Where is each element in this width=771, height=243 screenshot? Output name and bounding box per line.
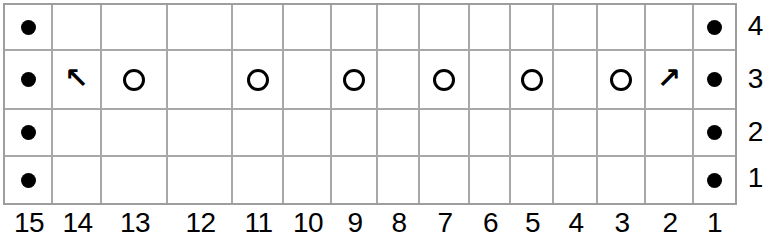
open-circle-symbol bbox=[247, 69, 269, 91]
cell-r3-c8 bbox=[378, 51, 420, 110]
cell-r2-c3 bbox=[598, 110, 646, 157]
cell-r1-c3 bbox=[598, 157, 646, 203]
row-labels: 4321 bbox=[740, 3, 771, 201]
cell-r3-c9 bbox=[332, 51, 378, 110]
filled-dot-symbol bbox=[707, 125, 722, 140]
cell-r1-c2 bbox=[646, 157, 694, 203]
filled-dot-symbol bbox=[707, 173, 722, 188]
column-label-15: 15 bbox=[5, 206, 53, 240]
column-label-3: 3 bbox=[598, 206, 646, 240]
cell-r4-c1 bbox=[694, 5, 735, 51]
knitting-chart-board: ↖↗ bbox=[3, 3, 737, 205]
cell-r3-c10 bbox=[284, 51, 332, 110]
cell-r3-c1 bbox=[694, 51, 735, 110]
cell-r1-c10 bbox=[284, 157, 332, 203]
cell-r4-c2 bbox=[646, 5, 694, 51]
row-label-4: 4 bbox=[740, 3, 771, 49]
cell-r1-c15 bbox=[5, 157, 53, 203]
column-label-5: 5 bbox=[511, 206, 554, 240]
cell-r2-c2 bbox=[646, 110, 694, 157]
cell-r2-c8 bbox=[378, 110, 420, 157]
cell-r3-c13 bbox=[102, 51, 168, 110]
cell-r2-c4 bbox=[554, 110, 598, 157]
cell-r1-c4 bbox=[554, 157, 598, 203]
cell-r1-c7 bbox=[420, 157, 470, 203]
filled-dot-symbol bbox=[21, 72, 36, 87]
cell-r1-c12 bbox=[168, 157, 233, 203]
cell-r4-c3 bbox=[598, 5, 646, 51]
cell-r2-c10 bbox=[284, 110, 332, 157]
column-label-7: 7 bbox=[420, 206, 470, 240]
column-label-1: 1 bbox=[694, 206, 735, 240]
cell-r2-c15 bbox=[5, 110, 53, 157]
cell-r3-c4 bbox=[554, 51, 598, 110]
arrow-up-left-symbol: ↖ bbox=[64, 64, 88, 93]
cell-r2-c11 bbox=[233, 110, 284, 157]
cell-r1-c9 bbox=[332, 157, 378, 203]
cell-r2-c14 bbox=[53, 110, 102, 157]
cell-r3-c6 bbox=[470, 51, 511, 110]
column-label-2: 2 bbox=[646, 206, 694, 240]
column-label-8: 8 bbox=[378, 206, 420, 240]
column-label-14: 14 bbox=[53, 206, 102, 240]
cell-r2-c9 bbox=[332, 110, 378, 157]
filled-dot-symbol bbox=[21, 125, 36, 140]
cell-r3-c2: ↗ bbox=[646, 51, 694, 110]
cell-r2-c5 bbox=[511, 110, 554, 157]
column-label-6: 6 bbox=[470, 206, 511, 240]
open-circle-symbol bbox=[433, 69, 455, 91]
filled-dot-symbol bbox=[707, 20, 722, 35]
arrow-up-right-symbol: ↗ bbox=[657, 64, 681, 93]
cell-r4-c9 bbox=[332, 5, 378, 51]
cell-r3-c7 bbox=[420, 51, 470, 110]
row-label-3: 3 bbox=[740, 49, 771, 108]
cell-r4-c14 bbox=[53, 5, 102, 51]
cell-r3-c11 bbox=[233, 51, 284, 110]
column-label-10: 10 bbox=[284, 206, 332, 240]
cell-r4-c8 bbox=[378, 5, 420, 51]
cell-r1-c8 bbox=[378, 157, 420, 203]
cell-r3-c12 bbox=[168, 51, 233, 110]
column-label-13: 13 bbox=[102, 206, 168, 240]
cell-r3-c3 bbox=[598, 51, 646, 110]
cell-r1-c1 bbox=[694, 157, 735, 203]
cell-r4-c13 bbox=[102, 5, 168, 51]
row-label-1: 1 bbox=[740, 155, 771, 201]
filled-dot-symbol bbox=[21, 20, 36, 35]
cell-r4-c15 bbox=[5, 5, 53, 51]
cell-r4-c4 bbox=[554, 5, 598, 51]
cell-r2-c6 bbox=[470, 110, 511, 157]
cell-r4-c7 bbox=[420, 5, 470, 51]
cell-r2-c1 bbox=[694, 110, 735, 157]
open-circle-symbol bbox=[610, 69, 632, 91]
cell-r1-c5 bbox=[511, 157, 554, 203]
cell-r3-c15 bbox=[5, 51, 53, 110]
cell-r4-c6 bbox=[470, 5, 511, 51]
cell-r1-c14 bbox=[53, 157, 102, 203]
cell-r1-c13 bbox=[102, 157, 168, 203]
filled-dot-symbol bbox=[21, 173, 36, 188]
row-label-2: 2 bbox=[740, 108, 771, 155]
column-labels: 151413121110987654321 bbox=[5, 206, 735, 240]
cell-r4-c12 bbox=[168, 5, 233, 51]
open-circle-symbol bbox=[343, 69, 365, 91]
cell-r1-c11 bbox=[233, 157, 284, 203]
filled-dot-symbol bbox=[707, 72, 722, 87]
cell-r2-c12 bbox=[168, 110, 233, 157]
column-label-11: 11 bbox=[233, 206, 284, 240]
cell-r3-c5 bbox=[511, 51, 554, 110]
cell-r3-c14: ↖ bbox=[53, 51, 102, 110]
cell-r2-c13 bbox=[102, 110, 168, 157]
column-label-9: 9 bbox=[332, 206, 378, 240]
cell-r4-c11 bbox=[233, 5, 284, 51]
cell-r4-c5 bbox=[511, 5, 554, 51]
column-label-4: 4 bbox=[554, 206, 598, 240]
open-circle-symbol bbox=[521, 69, 543, 91]
column-label-12: 12 bbox=[168, 206, 233, 240]
cell-r4-c10 bbox=[284, 5, 332, 51]
cell-r2-c7 bbox=[420, 110, 470, 157]
cell-r1-c6 bbox=[470, 157, 511, 203]
open-circle-symbol bbox=[123, 69, 145, 91]
